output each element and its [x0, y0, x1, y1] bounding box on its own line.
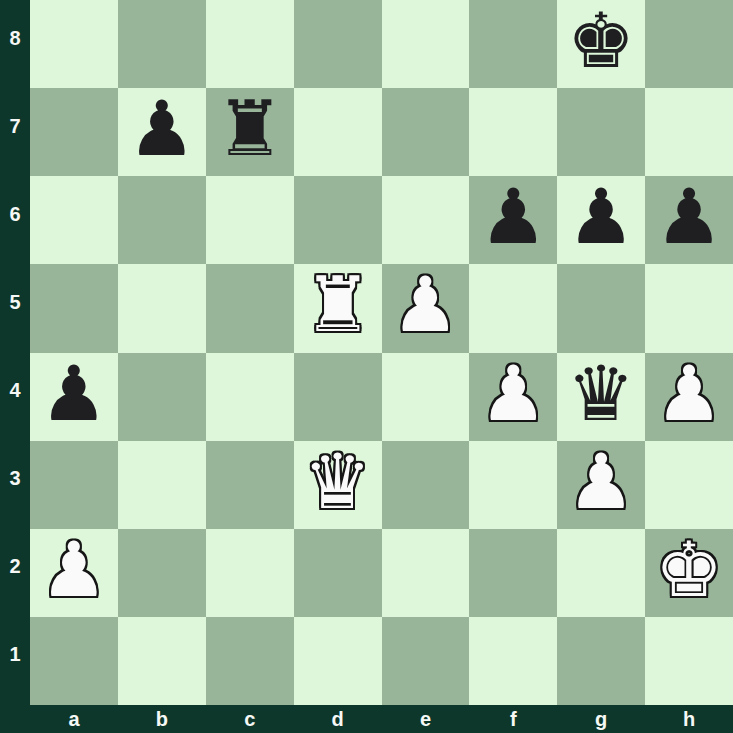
white-pawn[interactable]: ♟ [567, 441, 635, 526]
square-c6[interactable] [206, 176, 294, 264]
square-a7[interactable] [30, 88, 118, 176]
square-g8[interactable]: ♚ [557, 0, 645, 88]
black-pawn[interactable]: ♟ [40, 353, 108, 438]
square-h1[interactable] [645, 617, 733, 705]
rank-label-1: 1 [0, 611, 30, 699]
square-c8[interactable] [206, 0, 294, 88]
square-h6[interactable]: ♟ [645, 176, 733, 264]
white-queen[interactable]: ♛ [303, 441, 371, 526]
file-label-g: g [557, 705, 645, 733]
black-king[interactable]: ♚ [567, 0, 635, 85]
square-d7[interactable] [294, 88, 382, 176]
square-e8[interactable] [382, 0, 470, 88]
square-b4[interactable] [118, 353, 206, 441]
black-pawn[interactable]: ♟ [655, 176, 723, 261]
rank-label-5: 5 [0, 258, 30, 346]
square-a4[interactable]: ♟ [30, 353, 118, 441]
square-e5[interactable]: ♟ [382, 264, 470, 352]
square-d3[interactable]: ♛ [294, 441, 382, 529]
square-g5[interactable] [557, 264, 645, 352]
square-c4[interactable] [206, 353, 294, 441]
square-h4[interactable]: ♟ [645, 353, 733, 441]
chess-board-frame: 8 7 6 5 4 3 2 1 ♚♟♜♟♟♟♜♟♟♟♛♟♛♟♟♚ a b c d… [0, 0, 733, 733]
square-a3[interactable] [30, 441, 118, 529]
square-c7[interactable]: ♜ [206, 88, 294, 176]
square-a6[interactable] [30, 176, 118, 264]
rank-label-6: 6 [0, 170, 30, 258]
square-f6[interactable]: ♟ [469, 176, 557, 264]
square-b8[interactable] [118, 0, 206, 88]
square-d6[interactable] [294, 176, 382, 264]
rank-label-4: 4 [0, 347, 30, 435]
square-g7[interactable] [557, 88, 645, 176]
square-c2[interactable] [206, 529, 294, 617]
square-e7[interactable] [382, 88, 470, 176]
square-g2[interactable] [557, 529, 645, 617]
black-queen[interactable]: ♛ [567, 353, 635, 438]
white-pawn[interactable]: ♟ [40, 529, 108, 614]
square-f5[interactable] [469, 264, 557, 352]
square-b5[interactable] [118, 264, 206, 352]
square-g4[interactable]: ♛ [557, 353, 645, 441]
black-pawn[interactable]: ♟ [567, 176, 635, 261]
file-label-b: b [118, 705, 206, 733]
file-label-f: f [469, 705, 557, 733]
square-e3[interactable] [382, 441, 470, 529]
square-c5[interactable] [206, 264, 294, 352]
white-pawn[interactable]: ♟ [655, 353, 723, 438]
file-label-h: h [645, 705, 733, 733]
square-b1[interactable] [118, 617, 206, 705]
square-e4[interactable] [382, 353, 470, 441]
square-h3[interactable] [645, 441, 733, 529]
white-pawn[interactable]: ♟ [391, 264, 459, 349]
square-a1[interactable] [30, 617, 118, 705]
square-c3[interactable] [206, 441, 294, 529]
square-d4[interactable] [294, 353, 382, 441]
square-f7[interactable] [469, 88, 557, 176]
square-c1[interactable] [206, 617, 294, 705]
black-pawn[interactable]: ♟ [128, 88, 196, 173]
square-h8[interactable] [645, 0, 733, 88]
square-g1[interactable] [557, 617, 645, 705]
square-e1[interactable] [382, 617, 470, 705]
square-h7[interactable] [645, 88, 733, 176]
white-rook[interactable]: ♜ [303, 264, 371, 349]
square-h2[interactable]: ♚ [645, 529, 733, 617]
square-g3[interactable]: ♟ [557, 441, 645, 529]
square-d8[interactable] [294, 0, 382, 88]
file-label-a: a [30, 705, 118, 733]
square-d2[interactable] [294, 529, 382, 617]
rank-label-2: 2 [0, 523, 30, 611]
file-label-d: d [294, 705, 382, 733]
square-d5[interactable]: ♜ [294, 264, 382, 352]
square-f4[interactable]: ♟ [469, 353, 557, 441]
square-a5[interactable] [30, 264, 118, 352]
rank-label-7: 7 [0, 82, 30, 170]
square-e2[interactable] [382, 529, 470, 617]
square-g6[interactable]: ♟ [557, 176, 645, 264]
white-pawn[interactable]: ♟ [479, 353, 547, 438]
rank-label-8: 8 [0, 0, 30, 82]
square-a8[interactable] [30, 0, 118, 88]
white-king[interactable]: ♚ [655, 529, 723, 614]
square-d1[interactable] [294, 617, 382, 705]
square-f8[interactable] [469, 0, 557, 88]
square-f1[interactable] [469, 617, 557, 705]
square-f3[interactable] [469, 441, 557, 529]
square-b3[interactable] [118, 441, 206, 529]
square-b2[interactable] [118, 529, 206, 617]
rank-label-3: 3 [0, 435, 30, 523]
rank-labels: 8 7 6 5 4 3 2 1 [0, 0, 30, 705]
black-rook[interactable]: ♜ [216, 88, 284, 173]
square-b6[interactable] [118, 176, 206, 264]
square-e6[interactable] [382, 176, 470, 264]
square-h5[interactable] [645, 264, 733, 352]
file-label-e: e [382, 705, 470, 733]
square-b7[interactable]: ♟ [118, 88, 206, 176]
file-label-c: c [206, 705, 294, 733]
square-f2[interactable] [469, 529, 557, 617]
black-pawn[interactable]: ♟ [479, 176, 547, 261]
board-grid: ♚♟♜♟♟♟♜♟♟♟♛♟♛♟♟♚ [30, 0, 733, 705]
square-a2[interactable]: ♟ [30, 529, 118, 617]
file-labels: a b c d e f g h [30, 705, 733, 733]
